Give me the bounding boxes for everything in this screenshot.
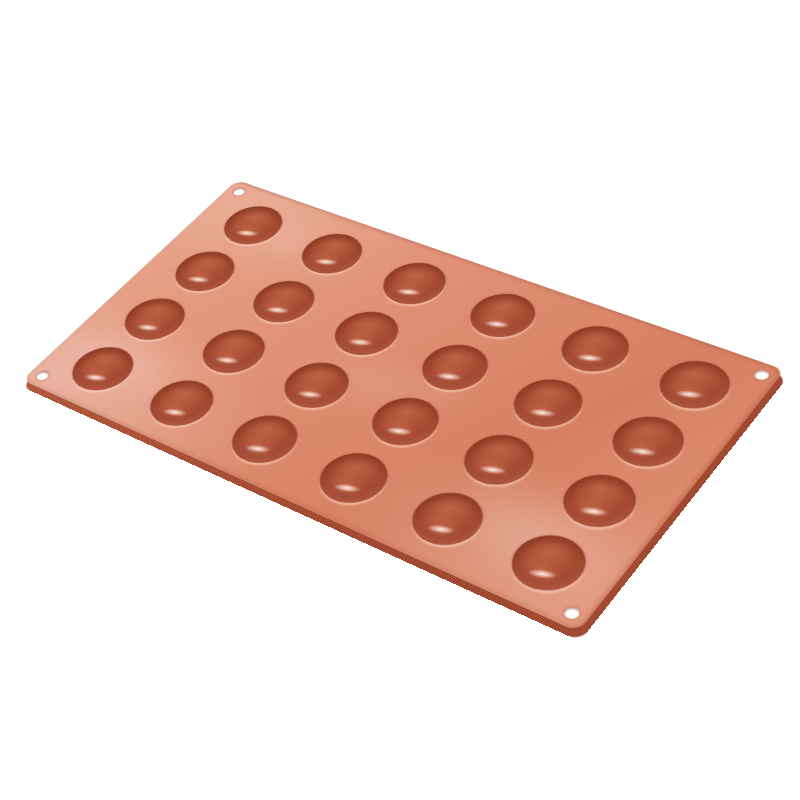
hemisphere-cavity: [451, 426, 547, 493]
hemisphere-cavity: [137, 373, 226, 434]
hemisphere-cavity: [497, 526, 599, 601]
silicone-mold-sheet: [22, 180, 785, 632]
hemisphere-cavity: [549, 465, 649, 536]
hemisphere-cavity: [212, 200, 294, 251]
hemisphere-cavity: [358, 390, 451, 454]
hemisphere-cavity: [190, 322, 277, 380]
hemisphere-cavity: [306, 444, 401, 511]
hemisphere-cavity: [163, 245, 246, 298]
hemisphere-cavity: [219, 408, 311, 472]
hemisphere-cavity: [549, 319, 641, 380]
hemisphere-cavity: [272, 355, 362, 416]
hemisphere-cavity: [409, 337, 500, 398]
hemisphere-cavity: [501, 371, 595, 435]
hemisphere-cavity: [60, 340, 146, 398]
hemisphere-cavity: [646, 353, 742, 417]
hemisphere-cavity: [290, 227, 374, 280]
hemisphere-cavity: [457, 286, 546, 344]
hemisphere-cavity: [241, 274, 326, 329]
hemisphere-cavity: [113, 292, 197, 347]
hemisphere-cavity: [399, 484, 497, 555]
hemisphere-cavity: [322, 305, 410, 363]
hemisphere-cavity: [371, 256, 458, 311]
hemisphere-cavity: [599, 408, 697, 475]
photo-background: [0, 0, 800, 800]
